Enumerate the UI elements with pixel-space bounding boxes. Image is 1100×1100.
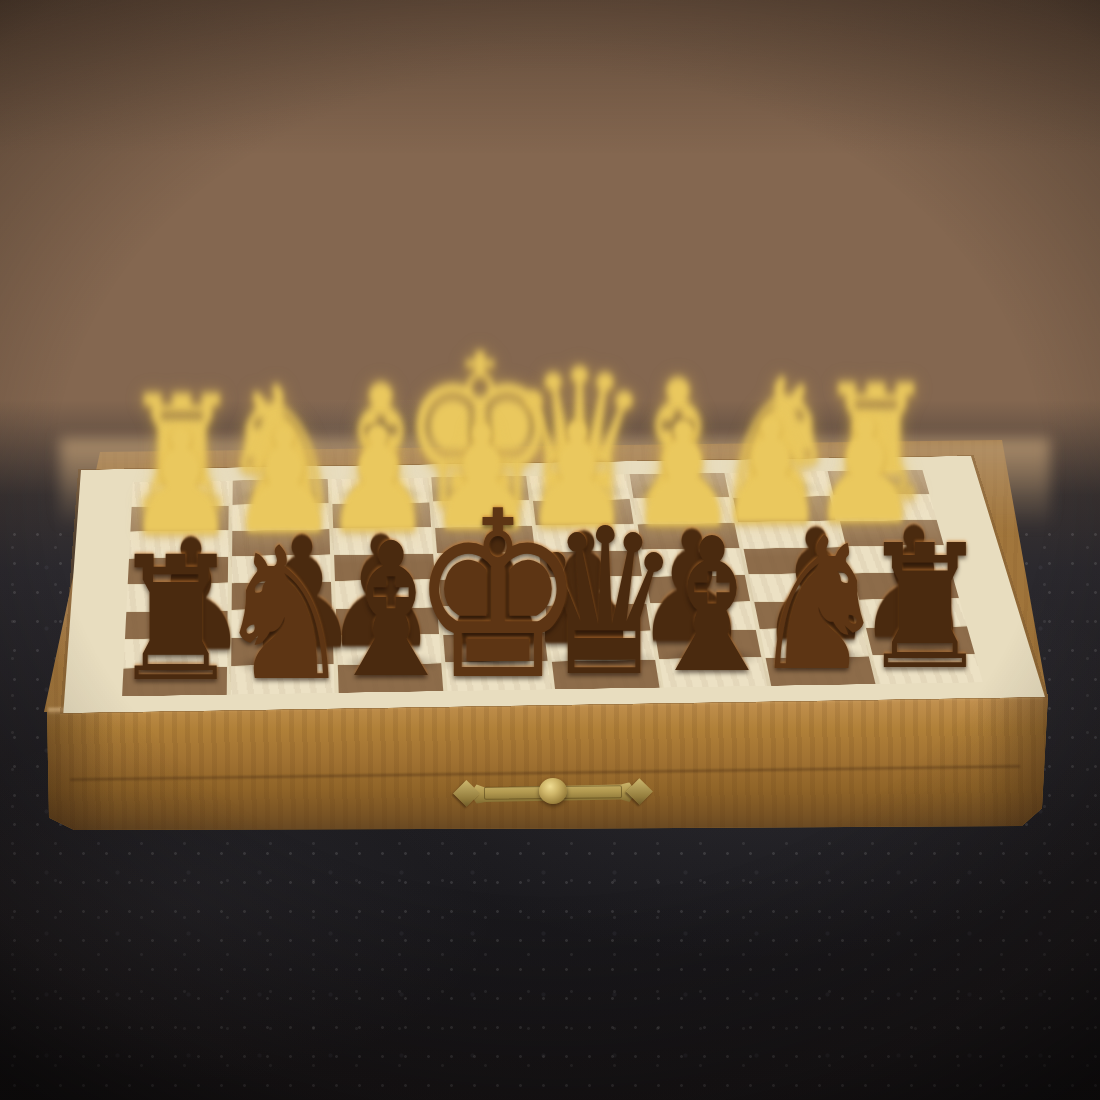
square-c5 [645,575,750,603]
square-d3 [536,525,637,551]
square-a1 [827,470,929,495]
square-f5 [335,580,436,608]
square-a3 [839,520,943,546]
square-b4 [744,547,848,574]
square-b3 [738,521,841,547]
square-e3 [435,526,535,552]
board-border [63,456,1045,713]
square-a7 [865,626,974,655]
square-c7 [654,630,761,659]
square-g5 [231,582,332,610]
square-e2 [433,501,532,527]
square-c6 [650,602,756,630]
square-a8 [872,655,982,684]
square-g3 [232,529,331,556]
square-f1 [332,478,429,503]
square-b6 [754,601,861,629]
square-c2 [633,498,734,524]
square-g7 [231,637,334,666]
square-g8 [230,665,334,695]
square-c8 [659,658,767,687]
square-b1 [728,471,829,496]
square-h3 [129,531,228,558]
square-d7 [548,632,654,661]
square-f8 [338,663,443,693]
square-d5 [542,577,646,605]
square-b2 [733,496,835,522]
square-c4 [641,549,744,576]
square-g4 [231,555,331,582]
square-e5 [439,579,542,607]
square-a2 [833,494,936,520]
brass-clasp [458,769,648,817]
square-f6 [336,607,439,635]
square-h7 [124,638,227,667]
square-e7 [443,633,548,662]
square-a5 [852,572,959,600]
square-b8 [766,656,875,685]
square-f4 [334,554,434,581]
square-e8 [445,662,551,691]
square-b7 [760,628,868,657]
square-e4 [437,552,538,579]
travel-chess-set-photo: ♜♞♝♛♚♝♞♜♟♟♟♟♟♟♟♟♟♟♟♟♟♟♟♟♜♞♝♛♚♝♞♜ [0,0,1100,1100]
square-d1 [530,474,629,499]
board-squares [122,470,983,697]
square-e6 [441,606,545,634]
square-d8 [552,660,659,689]
square-h1 [132,481,229,506]
square-d4 [539,550,641,577]
square-c1 [629,473,729,498]
square-b5 [749,574,855,602]
square-g2 [232,504,329,530]
clasp-knob-icon [539,778,567,804]
square-h8 [122,667,226,697]
square-e1 [431,476,529,501]
square-f7 [337,635,441,664]
square-h6 [125,611,227,639]
square-d6 [545,604,650,632]
square-h5 [126,584,227,612]
square-c3 [637,523,739,549]
square-h4 [128,557,228,584]
square-d2 [533,499,633,525]
square-f2 [332,502,430,528]
square-g6 [231,609,333,637]
square-g1 [232,479,328,504]
square-a6 [859,599,967,627]
square-h2 [130,506,228,532]
square-a4 [846,546,951,573]
square-f3 [333,528,432,554]
